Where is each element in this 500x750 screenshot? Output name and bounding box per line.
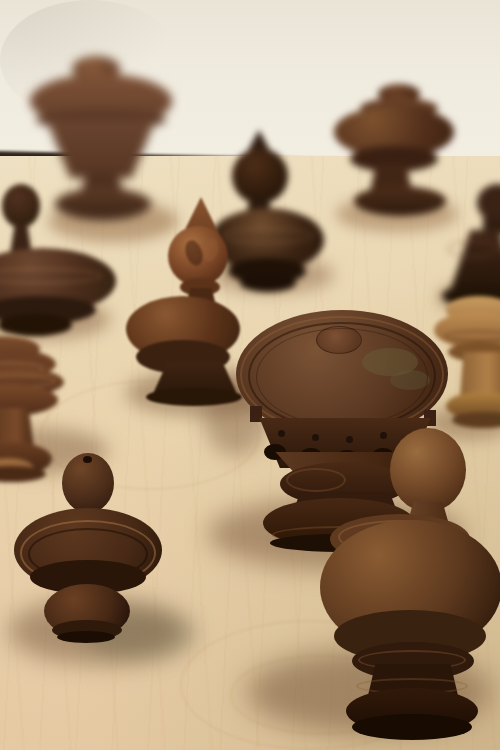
small-pawn-bottom-left-part — [83, 456, 92, 463]
photo-frame — [0, 0, 500, 750]
pieces-layer — [0, 0, 500, 750]
small-pawn-bottom-left — [0, 0, 500, 750]
small-pawn-bottom-left-part — [57, 631, 115, 643]
